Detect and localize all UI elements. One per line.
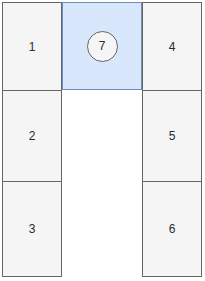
cell-empty-middle-row3 xyxy=(62,181,142,277)
diagram-canvas: 1 7 4 2 5 3 6 xyxy=(0,0,205,281)
seating-board: 1 7 4 2 5 3 6 xyxy=(2,2,202,277)
cell-seat-4[interactable]: 4 xyxy=(142,2,202,90)
cell-empty-middle-row2 xyxy=(62,90,142,181)
cell-seat-1[interactable]: 1 xyxy=(2,2,62,90)
cell-seat-7-highlighted[interactable]: 7 xyxy=(62,2,142,90)
seat-token-circle[interactable]: 7 xyxy=(87,31,118,62)
cell-seat-5[interactable]: 5 xyxy=(142,90,202,181)
cell-seat-3[interactable]: 3 xyxy=(2,181,62,277)
cell-seat-6[interactable]: 6 xyxy=(142,181,202,277)
cell-seat-2[interactable]: 2 xyxy=(2,90,62,181)
